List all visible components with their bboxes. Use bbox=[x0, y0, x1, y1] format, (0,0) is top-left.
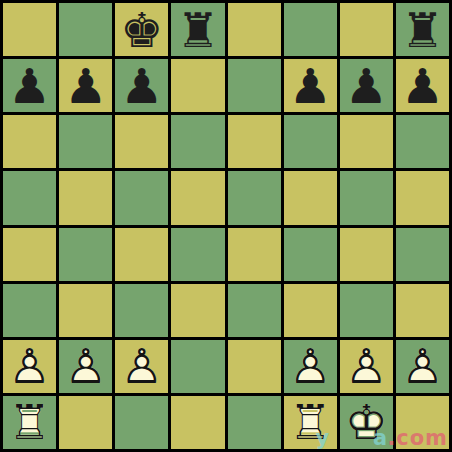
square-c2[interactable]: ♟♙ bbox=[115, 340, 168, 393]
square-e2[interactable] bbox=[228, 340, 281, 393]
white-rook-outline: ♖ bbox=[289, 398, 332, 446]
square-c1[interactable] bbox=[115, 396, 168, 449]
square-c4[interactable] bbox=[115, 228, 168, 281]
square-a5[interactable] bbox=[3, 171, 56, 224]
square-h8[interactable]: ♜ bbox=[396, 3, 449, 56]
square-a1[interactable]: ♜♖ bbox=[3, 396, 56, 449]
square-e3[interactable] bbox=[228, 284, 281, 337]
square-d6[interactable] bbox=[171, 115, 224, 168]
square-g3[interactable] bbox=[340, 284, 393, 337]
square-a3[interactable] bbox=[3, 284, 56, 337]
square-e7[interactable] bbox=[228, 59, 281, 112]
square-h3[interactable] bbox=[396, 284, 449, 337]
square-f7[interactable]: ♟ bbox=[284, 59, 337, 112]
white-rook-outline: ♖ bbox=[8, 398, 51, 446]
square-b2[interactable]: ♟♙ bbox=[59, 340, 112, 393]
piece-black-pawn: ♟ bbox=[8, 62, 51, 110]
white-pawn-outline: ♙ bbox=[120, 342, 163, 390]
square-d1[interactable] bbox=[171, 396, 224, 449]
square-h1[interactable] bbox=[396, 396, 449, 449]
square-d4[interactable] bbox=[171, 228, 224, 281]
piece-white-pawn: ♟♙ bbox=[289, 342, 332, 390]
chess-board-wrap: ♚♜♜♟♟♟♟♟♟♟♙♟♙♟♙♟♙♟♙♟♙♜♖♜♖♚♔ y a .com bbox=[0, 0, 452, 452]
square-g8[interactable] bbox=[340, 3, 393, 56]
square-d7[interactable] bbox=[171, 59, 224, 112]
square-g4[interactable] bbox=[340, 228, 393, 281]
square-d5[interactable] bbox=[171, 171, 224, 224]
square-a2[interactable]: ♟♙ bbox=[3, 340, 56, 393]
square-e4[interactable] bbox=[228, 228, 281, 281]
square-b3[interactable] bbox=[59, 284, 112, 337]
piece-black-pawn: ♟ bbox=[120, 62, 163, 110]
square-c7[interactable]: ♟ bbox=[115, 59, 168, 112]
white-pawn-outline: ♙ bbox=[8, 342, 51, 390]
piece-black-rook: ♜ bbox=[401, 6, 444, 54]
square-c3[interactable] bbox=[115, 284, 168, 337]
piece-black-pawn: ♟ bbox=[345, 62, 388, 110]
square-f6[interactable] bbox=[284, 115, 337, 168]
square-b6[interactable] bbox=[59, 115, 112, 168]
square-a7[interactable]: ♟ bbox=[3, 59, 56, 112]
piece-black-king: ♚ bbox=[120, 6, 163, 54]
square-d8[interactable]: ♜ bbox=[171, 3, 224, 56]
piece-white-pawn: ♟♙ bbox=[64, 342, 107, 390]
square-f3[interactable] bbox=[284, 284, 337, 337]
square-h5[interactable] bbox=[396, 171, 449, 224]
square-h2[interactable]: ♟♙ bbox=[396, 340, 449, 393]
chess-board: ♚♜♜♟♟♟♟♟♟♟♙♟♙♟♙♟♙♟♙♟♙♜♖♜♖♚♔ bbox=[0, 0, 452, 452]
square-c8[interactable]: ♚ bbox=[115, 3, 168, 56]
square-a6[interactable] bbox=[3, 115, 56, 168]
piece-white-pawn: ♟♙ bbox=[401, 342, 444, 390]
piece-white-rook: ♜♖ bbox=[8, 398, 51, 446]
square-f1[interactable]: ♜♖ bbox=[284, 396, 337, 449]
white-pawn-outline: ♙ bbox=[345, 342, 388, 390]
square-g7[interactable]: ♟ bbox=[340, 59, 393, 112]
square-d3[interactable] bbox=[171, 284, 224, 337]
square-a4[interactable] bbox=[3, 228, 56, 281]
square-h6[interactable] bbox=[396, 115, 449, 168]
square-f5[interactable] bbox=[284, 171, 337, 224]
square-d2[interactable] bbox=[171, 340, 224, 393]
square-b7[interactable]: ♟ bbox=[59, 59, 112, 112]
square-e1[interactable] bbox=[228, 396, 281, 449]
square-e8[interactable] bbox=[228, 3, 281, 56]
piece-black-pawn: ♟ bbox=[401, 62, 444, 110]
square-f4[interactable] bbox=[284, 228, 337, 281]
square-b8[interactable] bbox=[59, 3, 112, 56]
piece-white-pawn: ♟♙ bbox=[120, 342, 163, 390]
square-c5[interactable] bbox=[115, 171, 168, 224]
piece-white-rook: ♜♖ bbox=[289, 398, 332, 446]
piece-white-pawn: ♟♙ bbox=[8, 342, 51, 390]
white-king-outline: ♔ bbox=[345, 398, 388, 446]
white-pawn-outline: ♙ bbox=[289, 342, 332, 390]
square-h4[interactable] bbox=[396, 228, 449, 281]
square-e5[interactable] bbox=[228, 171, 281, 224]
square-f2[interactable]: ♟♙ bbox=[284, 340, 337, 393]
square-h7[interactable]: ♟ bbox=[396, 59, 449, 112]
square-g1[interactable]: ♚♔ bbox=[340, 396, 393, 449]
square-g2[interactable]: ♟♙ bbox=[340, 340, 393, 393]
square-f8[interactable] bbox=[284, 3, 337, 56]
square-b4[interactable] bbox=[59, 228, 112, 281]
white-pawn-outline: ♙ bbox=[401, 342, 444, 390]
square-e6[interactable] bbox=[228, 115, 281, 168]
piece-black-pawn: ♟ bbox=[64, 62, 107, 110]
piece-black-pawn: ♟ bbox=[289, 62, 332, 110]
square-c6[interactable] bbox=[115, 115, 168, 168]
piece-black-rook: ♜ bbox=[176, 6, 219, 54]
square-g5[interactable] bbox=[340, 171, 393, 224]
piece-white-king: ♚♔ bbox=[345, 398, 388, 446]
square-g6[interactable] bbox=[340, 115, 393, 168]
piece-white-pawn: ♟♙ bbox=[345, 342, 388, 390]
square-b5[interactable] bbox=[59, 171, 112, 224]
square-b1[interactable] bbox=[59, 396, 112, 449]
square-a8[interactable] bbox=[3, 3, 56, 56]
white-pawn-outline: ♙ bbox=[64, 342, 107, 390]
